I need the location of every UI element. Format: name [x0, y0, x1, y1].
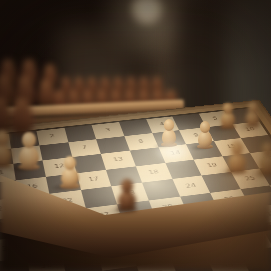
photo-scene: 1234567891011121314151617181920212223242… [0, 0, 271, 271]
vignette [0, 0, 271, 271]
